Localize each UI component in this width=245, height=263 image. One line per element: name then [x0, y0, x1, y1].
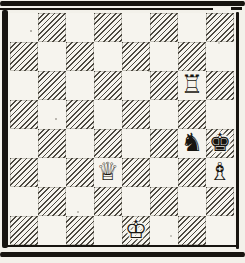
frame-bottom-inner-rule: [7, 245, 236, 247]
frame-top-dash: [231, 7, 242, 10]
square-h7[interactable]: [206, 42, 234, 71]
square-a1[interactable]: [10, 216, 38, 245]
square-f5[interactable]: [150, 100, 178, 129]
square-h1[interactable]: [206, 216, 234, 245]
newspaper-chess-diagram: ♖♞♚♕♗♔: [0, 0, 245, 263]
square-a6[interactable]: [10, 71, 38, 100]
square-d7[interactable]: [94, 42, 122, 71]
square-f7[interactable]: [150, 42, 178, 71]
square-d6[interactable]: [94, 71, 122, 100]
square-g2[interactable]: [178, 187, 206, 216]
square-g8[interactable]: [178, 13, 206, 42]
square-h2[interactable]: [206, 187, 234, 216]
square-e3[interactable]: [122, 158, 150, 187]
square-f1[interactable]: [150, 216, 178, 245]
square-h4[interactable]: ♚: [206, 129, 234, 158]
square-b5[interactable]: [38, 100, 66, 129]
square-g5[interactable]: [178, 100, 206, 129]
square-c6[interactable]: [66, 71, 94, 100]
square-b3[interactable]: [38, 158, 66, 187]
square-a3[interactable]: [10, 158, 38, 187]
white-king-e1[interactable]: ♔: [125, 217, 147, 242]
square-f6[interactable]: [150, 71, 178, 100]
square-f3[interactable]: [150, 158, 178, 187]
square-e6[interactable]: [122, 71, 150, 100]
white-bishop-h3[interactable]: ♗: [209, 159, 231, 184]
square-d3[interactable]: ♕: [94, 158, 122, 187]
frame-top-rule: [0, 1, 245, 6]
square-b6[interactable]: [38, 71, 66, 100]
frame-bottom-rule: [0, 252, 245, 257]
black-knight-g4[interactable]: ♞: [181, 130, 203, 155]
square-g4[interactable]: ♞: [178, 129, 206, 158]
frame-left-rule: [2, 10, 8, 248]
square-d1[interactable]: [94, 216, 122, 245]
square-f8[interactable]: [150, 13, 178, 42]
square-d5[interactable]: [94, 100, 122, 129]
square-b7[interactable]: [38, 42, 66, 71]
square-a2[interactable]: [10, 187, 38, 216]
square-c1[interactable]: [66, 216, 94, 245]
square-b8[interactable]: [38, 13, 66, 42]
square-h5[interactable]: [206, 100, 234, 129]
square-e8[interactable]: [122, 13, 150, 42]
square-c4[interactable]: [66, 129, 94, 158]
square-f4[interactable]: [150, 129, 178, 158]
square-e7[interactable]: [122, 42, 150, 71]
square-h6[interactable]: [206, 71, 234, 100]
square-c8[interactable]: [66, 13, 94, 42]
square-h8[interactable]: [206, 13, 234, 42]
chess-board: ♖♞♚♕♗♔: [10, 13, 234, 245]
frame-right-rule: [236, 12, 239, 249]
square-d4[interactable]: [94, 129, 122, 158]
frame-top-inner-rule: [0, 8, 213, 10]
square-c5[interactable]: [66, 100, 94, 129]
print-speckles: [30, 30, 32, 32]
square-h3[interactable]: ♗: [206, 158, 234, 187]
square-c2[interactable]: [66, 187, 94, 216]
square-g7[interactable]: [178, 42, 206, 71]
square-b2[interactable]: [38, 187, 66, 216]
square-b1[interactable]: [38, 216, 66, 245]
square-g1[interactable]: [178, 216, 206, 245]
white-rook-g6[interactable]: ♖: [181, 72, 203, 97]
square-e2[interactable]: [122, 187, 150, 216]
square-a7[interactable]: [10, 42, 38, 71]
square-e4[interactable]: [122, 129, 150, 158]
square-b4[interactable]: [38, 129, 66, 158]
square-d2[interactable]: [94, 187, 122, 216]
black-king-h4[interactable]: ♚: [209, 130, 231, 155]
square-f2[interactable]: [150, 187, 178, 216]
square-a5[interactable]: [10, 100, 38, 129]
square-a8[interactable]: [10, 13, 38, 42]
square-c7[interactable]: [66, 42, 94, 71]
square-a4[interactable]: [10, 129, 38, 158]
white-queen-d3[interactable]: ♕: [97, 159, 119, 184]
square-g3[interactable]: [178, 158, 206, 187]
square-c3[interactable]: [66, 158, 94, 187]
square-e5[interactable]: [122, 100, 150, 129]
square-d8[interactable]: [94, 13, 122, 42]
square-g6[interactable]: ♖: [178, 71, 206, 100]
square-e1[interactable]: ♔: [122, 216, 150, 245]
